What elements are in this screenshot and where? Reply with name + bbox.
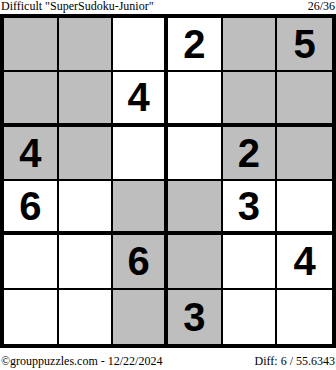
cell-r4c2-empty xyxy=(59,181,114,235)
cell-r3c6-empty xyxy=(277,127,332,181)
cell-r5c2-empty xyxy=(59,235,114,289)
cell-r6c2-empty xyxy=(59,290,114,344)
cell-r4c3-empty xyxy=(113,181,168,235)
cell-r2c6-empty xyxy=(277,72,332,126)
cell-r3c5-given-2: 2 xyxy=(223,127,278,181)
cell-r6c6-empty xyxy=(277,290,332,344)
cell-r5c3-given-6: 6 xyxy=(113,235,168,289)
puzzle-page: Difficult "SuperSudoku-Junior" 26/36 254… xyxy=(0,0,336,370)
cell-r5c1-empty xyxy=(4,235,59,289)
cell-r1c5-empty xyxy=(223,18,278,72)
footer: ©grouppuzzles.com - 12/22/2024 Diff: 6 /… xyxy=(0,352,336,368)
cell-r3c1-given-4: 4 xyxy=(4,127,59,181)
cell-r2c1-empty xyxy=(4,72,59,126)
cell-r4c1-given-6: 6 xyxy=(4,181,59,235)
header: Difficult "SuperSudoku-Junior" 26/36 xyxy=(0,0,336,14)
cell-r5c6-given-4: 4 xyxy=(277,235,332,289)
cell-r5c5-empty xyxy=(223,235,278,289)
cell-r1c2-empty xyxy=(59,18,114,72)
cell-r2c3-given-4: 4 xyxy=(113,72,168,126)
cell-r1c3-empty xyxy=(113,18,168,72)
cell-r2c2-empty xyxy=(59,72,114,126)
cell-r1c1-empty xyxy=(4,18,59,72)
cell-r4c5-given-3: 3 xyxy=(223,181,278,235)
copyright-text: ©grouppuzzles.com - 12/22/2024 xyxy=(0,354,162,368)
cell-r6c1-empty xyxy=(4,290,59,344)
board: 2544263643 xyxy=(0,14,336,348)
puzzle-counter: 26/36 xyxy=(308,0,336,13)
cell-r3c4-empty xyxy=(168,127,223,181)
cell-r6c4-given-3: 3 xyxy=(168,290,223,344)
cell-r6c5-empty xyxy=(223,290,278,344)
cell-r1c6-given-5: 5 xyxy=(277,18,332,72)
difficulty-text: Diff: 6 / 55.6343 xyxy=(255,354,336,368)
cell-r6c3-empty xyxy=(113,290,168,344)
cell-r4c4-empty xyxy=(168,181,223,235)
cell-r4c6-empty xyxy=(277,181,332,235)
puzzle-title: Difficult "SuperSudoku-Junior" xyxy=(0,0,154,13)
cell-r2c5-empty xyxy=(223,72,278,126)
cell-r3c2-empty xyxy=(59,127,114,181)
cell-r3c3-empty xyxy=(113,127,168,181)
cell-r5c4-empty xyxy=(168,235,223,289)
cell-r1c4-given-2: 2 xyxy=(168,18,223,72)
cell-r2c4-empty xyxy=(168,72,223,126)
